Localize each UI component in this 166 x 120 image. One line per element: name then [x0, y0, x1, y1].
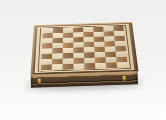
brass-latch-right: [123, 76, 126, 81]
inlay-pinline: [38, 25, 131, 72]
product-photo: [0, 0, 166, 120]
square-d1: [73, 63, 84, 69]
chess-board: [27, 19, 141, 92]
board-perspective-surface: [31, 22, 139, 75]
board-top-surface: [29, 19, 139, 74]
square-f1: [95, 63, 106, 69]
square-a1: [41, 64, 52, 70]
maple-inlay-border: [35, 24, 135, 73]
brass-latch-left: [38, 78, 41, 83]
square-c1: [63, 64, 74, 70]
square-h1: [117, 62, 128, 68]
square-g1: [106, 62, 117, 68]
checkerboard: [41, 26, 128, 70]
walnut-frame: [31, 22, 139, 75]
square-b1: [52, 64, 63, 70]
square-e1: [84, 63, 95, 69]
